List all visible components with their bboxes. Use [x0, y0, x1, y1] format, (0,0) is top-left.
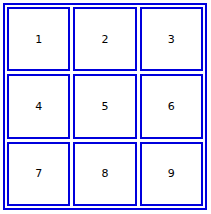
grid-cell-r1c1[interactable]: 1: [7, 7, 70, 71]
number-grid-board: 123456789: [3, 3, 207, 210]
grid-cell-r1c2[interactable]: 2: [73, 7, 136, 71]
grid-cell-r2c2[interactable]: 5: [73, 74, 136, 138]
grid-cell-r1c3[interactable]: 3: [140, 7, 203, 71]
grid-cell-r3c3[interactable]: 9: [140, 142, 203, 206]
grid-cell-r3c2[interactable]: 8: [73, 142, 136, 206]
grid-cell-r3c1[interactable]: 7: [7, 142, 70, 206]
grid-cell-r2c1[interactable]: 4: [7, 74, 70, 138]
grid-cell-r2c3[interactable]: 6: [140, 74, 203, 138]
